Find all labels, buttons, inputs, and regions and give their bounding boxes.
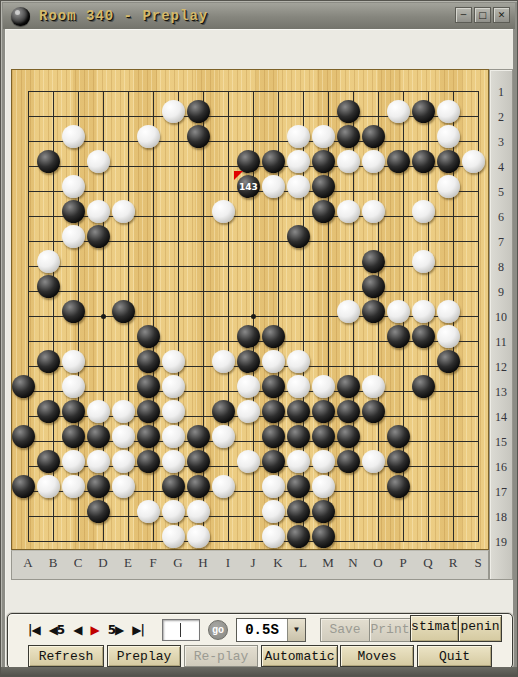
white-stone xyxy=(312,450,335,473)
automatic-button[interactable]: Automatic xyxy=(261,645,338,667)
black-stone xyxy=(337,400,360,423)
black-stone xyxy=(287,500,310,523)
refresh-button[interactable]: Refresh xyxy=(28,645,104,667)
white-stone xyxy=(112,200,135,223)
white-stone xyxy=(62,475,85,498)
black-stone xyxy=(162,475,185,498)
row-label: 7 xyxy=(490,235,512,249)
white-stone xyxy=(112,400,135,423)
black-stone xyxy=(312,525,335,548)
black-stone xyxy=(362,275,385,298)
white-stone xyxy=(212,350,235,373)
black-stone xyxy=(312,175,335,198)
col-label: G xyxy=(168,555,188,571)
white-stone xyxy=(412,250,435,273)
black-stone xyxy=(237,325,260,348)
col-label: H xyxy=(193,555,213,571)
white-stone xyxy=(162,375,185,398)
black-stone xyxy=(437,150,460,173)
black-stone xyxy=(137,400,160,423)
black-stone xyxy=(337,425,360,448)
app-globe-icon xyxy=(11,7,30,26)
speed-select[interactable]: 0.5S ▼ xyxy=(236,618,306,642)
black-stone xyxy=(187,125,210,148)
white-stone xyxy=(112,475,135,498)
row-label: 11 xyxy=(490,335,512,349)
black-stone xyxy=(37,275,60,298)
white-stone xyxy=(362,150,385,173)
black-stone xyxy=(337,100,360,123)
opening-button[interactable]: penin xyxy=(458,615,502,642)
col-label: K xyxy=(268,555,288,571)
black-stone xyxy=(312,150,335,173)
black-stone xyxy=(12,475,35,498)
black-stone xyxy=(412,100,435,123)
black-stone xyxy=(337,375,360,398)
speed-value: 0.5S xyxy=(237,619,287,641)
replay-button[interactable]: Re-play xyxy=(184,645,258,667)
row-label: 9 xyxy=(490,285,512,299)
white-stone xyxy=(187,525,210,548)
white-stone xyxy=(162,500,185,523)
col-label: M xyxy=(318,555,338,571)
black-stone xyxy=(187,475,210,498)
close-button[interactable]: ✕ xyxy=(493,7,510,23)
black-stone xyxy=(12,375,35,398)
white-stone xyxy=(212,475,235,498)
black-stone xyxy=(137,325,160,348)
black-stone xyxy=(312,500,335,523)
white-stone xyxy=(162,450,185,473)
black-stone xyxy=(412,375,435,398)
col-label: N xyxy=(343,555,363,571)
black-stone xyxy=(312,400,335,423)
black-stone xyxy=(37,400,60,423)
print-button[interactable]: Print xyxy=(369,618,411,642)
black-stone xyxy=(312,200,335,223)
playback-toolbar: |◀◀5◀▶5▶▶| go 0.5S ▼ Save Print stimat p… xyxy=(7,613,513,669)
white-stone xyxy=(362,200,385,223)
col-label: F xyxy=(143,555,163,571)
black-stone xyxy=(362,400,385,423)
minimize-button[interactable]: ─ xyxy=(455,7,472,23)
white-stone xyxy=(237,375,260,398)
row-label: 10 xyxy=(490,310,512,324)
col-label: A xyxy=(18,555,38,571)
white-stone xyxy=(337,200,360,223)
white-stone xyxy=(212,200,235,223)
white-stone xyxy=(287,375,310,398)
black-stone xyxy=(437,350,460,373)
black-stone xyxy=(237,350,260,373)
black-stone xyxy=(262,425,285,448)
white-stone xyxy=(437,100,460,123)
row-label: 16 xyxy=(490,460,512,474)
col-label: R xyxy=(443,555,463,571)
preplay-button[interactable]: Preplay xyxy=(107,645,181,667)
row-label: 2 xyxy=(490,110,512,124)
white-stone xyxy=(312,375,335,398)
estimate-button[interactable]: stimat xyxy=(410,615,459,642)
col-label: S xyxy=(468,555,488,571)
white-stone xyxy=(287,350,310,373)
white-stone xyxy=(87,450,110,473)
white-stone xyxy=(287,125,310,148)
row-label: 6 xyxy=(490,210,512,224)
white-stone xyxy=(262,475,285,498)
move-number-input[interactable] xyxy=(162,619,200,641)
row-label: 13 xyxy=(490,385,512,399)
white-stone xyxy=(37,475,60,498)
white-stone xyxy=(112,425,135,448)
col-label: L xyxy=(293,555,313,571)
black-stone xyxy=(62,200,85,223)
col-label: E xyxy=(118,555,138,571)
white-stone xyxy=(287,450,310,473)
white-stone xyxy=(87,200,110,223)
black-stone xyxy=(337,450,360,473)
nav-forward5-button[interactable]: 5▶ xyxy=(108,623,124,637)
black-stone xyxy=(12,425,35,448)
white-stone xyxy=(287,175,310,198)
white-stone xyxy=(262,525,285,548)
white-stone xyxy=(62,225,85,248)
black-stone xyxy=(137,450,160,473)
white-stone xyxy=(212,425,235,448)
white-stone xyxy=(162,350,185,373)
nav-back5-button[interactable]: ◀5 xyxy=(49,623,65,637)
maximize-button[interactable]: □ xyxy=(474,7,491,23)
go-board[interactable]: 143 xyxy=(11,69,489,550)
black-stone xyxy=(287,525,310,548)
white-stone xyxy=(412,300,435,323)
black-stone xyxy=(62,300,85,323)
white-stone xyxy=(62,350,85,373)
white-stone xyxy=(87,400,110,423)
col-label: O xyxy=(368,555,388,571)
black-stone xyxy=(187,450,210,473)
white-stone xyxy=(262,350,285,373)
black-stone xyxy=(262,325,285,348)
nav-first-button[interactable]: |◀ xyxy=(28,623,40,637)
white-stone xyxy=(262,500,285,523)
black-stone xyxy=(287,425,310,448)
white-stone xyxy=(237,400,260,423)
nav-forward-button[interactable]: ▶ xyxy=(90,623,98,637)
nav-back-button[interactable]: ◀ xyxy=(73,623,81,637)
black-stone xyxy=(287,225,310,248)
quit-button[interactable]: Quit xyxy=(417,645,492,667)
white-stone xyxy=(162,525,185,548)
row-labels: 12345678910111213141516171819 xyxy=(489,69,513,580)
black-stone xyxy=(412,150,435,173)
row-label: 19 xyxy=(490,535,512,549)
col-label: D xyxy=(93,555,113,571)
black-stone xyxy=(87,225,110,248)
chevron-down-icon[interactable]: ▼ xyxy=(287,619,305,641)
black-stone xyxy=(262,400,285,423)
text-caret xyxy=(180,623,181,637)
app-window: Room 340 - Preplay ─ □ ✕ 143 ABCDEFGHIJK… xyxy=(0,0,518,677)
save-button[interactable]: Save xyxy=(320,618,370,642)
move-number-label: 143 xyxy=(237,175,260,198)
row-label: 8 xyxy=(490,260,512,274)
white-stone xyxy=(437,300,460,323)
white-stone xyxy=(162,425,185,448)
row-label: 3 xyxy=(490,135,512,149)
white-stone xyxy=(87,150,110,173)
white-stone xyxy=(137,125,160,148)
white-stone xyxy=(62,450,85,473)
black-stone xyxy=(212,400,235,423)
title-bar[interactable]: Room 340 - Preplay ─ □ ✕ xyxy=(3,3,515,29)
black-stone xyxy=(262,375,285,398)
black-stone xyxy=(37,350,60,373)
white-stone xyxy=(362,375,385,398)
white-stone xyxy=(162,100,185,123)
star-point xyxy=(101,314,106,319)
moves-button[interactable]: Moves xyxy=(340,645,414,667)
black-stone xyxy=(62,400,85,423)
black-stone xyxy=(137,425,160,448)
white-stone xyxy=(412,200,435,223)
white-stone xyxy=(312,475,335,498)
board-grid[interactable]: 143 xyxy=(28,91,479,542)
black-stone xyxy=(187,100,210,123)
black-stone xyxy=(87,425,110,448)
col-label: Q xyxy=(418,555,438,571)
row-label: 4 xyxy=(490,160,512,174)
black-stone xyxy=(387,450,410,473)
col-label: P xyxy=(393,555,413,571)
white-stone xyxy=(287,150,310,173)
black-stone xyxy=(112,300,135,323)
white-stone xyxy=(337,150,360,173)
white-stone xyxy=(162,400,185,423)
black-stone xyxy=(137,350,160,373)
window-title: Room 340 - Preplay xyxy=(39,8,208,24)
nav-last-button[interactable]: ▶| xyxy=(132,623,144,637)
black-stone xyxy=(137,375,160,398)
black-stone xyxy=(62,425,85,448)
white-stone xyxy=(62,375,85,398)
black-stone xyxy=(287,400,310,423)
black-stone xyxy=(262,450,285,473)
black-stone xyxy=(237,150,260,173)
black-stone xyxy=(37,150,60,173)
black-stone xyxy=(387,475,410,498)
black-stone xyxy=(387,325,410,348)
row-label: 18 xyxy=(490,510,512,524)
white-stone xyxy=(312,125,335,148)
star-point xyxy=(251,314,256,319)
black-stone xyxy=(287,475,310,498)
black-stone xyxy=(362,125,385,148)
col-label: B xyxy=(43,555,63,571)
white-stone xyxy=(387,100,410,123)
white-stone xyxy=(112,450,135,473)
col-label: I xyxy=(218,555,238,571)
black-stone xyxy=(412,325,435,348)
row-label: 5 xyxy=(490,185,512,199)
black-stone xyxy=(87,500,110,523)
black-stone xyxy=(387,425,410,448)
black-stone xyxy=(362,250,385,273)
white-stone xyxy=(187,500,210,523)
black-stone xyxy=(362,300,385,323)
black-stone xyxy=(312,425,335,448)
row-label: 1 xyxy=(490,85,512,99)
white-stone xyxy=(337,300,360,323)
col-label: J xyxy=(243,555,263,571)
row-label: 15 xyxy=(490,435,512,449)
black-stone xyxy=(87,475,110,498)
black-stone xyxy=(262,150,285,173)
col-label: C xyxy=(68,555,88,571)
row-label: 12 xyxy=(490,360,512,374)
white-stone xyxy=(362,450,385,473)
white-stone xyxy=(437,175,460,198)
white-stone xyxy=(437,125,460,148)
white-stone xyxy=(387,300,410,323)
go-button[interactable]: go xyxy=(208,620,228,640)
window-bottom-frame xyxy=(1,667,517,676)
row-label: 17 xyxy=(490,485,512,499)
black-stone xyxy=(37,450,60,473)
black-stone xyxy=(187,425,210,448)
white-stone xyxy=(37,250,60,273)
row-label: 14 xyxy=(490,410,512,424)
white-stone xyxy=(62,175,85,198)
black-stone xyxy=(337,125,360,148)
nav-controls: |◀◀5◀▶5▶▶| xyxy=(28,619,144,641)
white-stone xyxy=(62,125,85,148)
column-labels: ABCDEFGHIJKLMNOPQRS xyxy=(11,550,489,580)
white-stone xyxy=(237,450,260,473)
black-stone xyxy=(387,150,410,173)
white-stone xyxy=(262,175,285,198)
white-stone xyxy=(437,325,460,348)
white-stone xyxy=(137,500,160,523)
black-stone: 143 xyxy=(237,175,260,198)
white-stone xyxy=(462,150,485,173)
